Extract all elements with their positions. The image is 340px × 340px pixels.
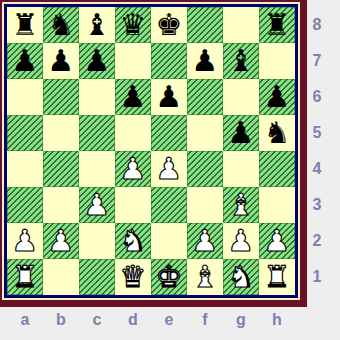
white-pawn: ♟ [264,223,291,259]
square-c2[interactable] [79,223,115,259]
square-g7[interactable]: ♝ [223,43,259,79]
board-inner-border: ♜♞♝♛♚♜♟♟♟♟♝♟♟♟♟♞♟♟♟♝♟♟♞♟♟♟♜♛♚♝♞♜ [4,4,298,298]
black-knight: ♞ [48,7,75,43]
square-e7[interactable] [151,43,187,79]
square-a8[interactable]: ♜ [7,7,43,43]
white-queen: ♛ [120,259,147,295]
file-label-c: c [79,307,115,333]
black-rook: ♜ [264,7,291,43]
square-f8[interactable] [187,7,223,43]
square-g3[interactable]: ♝ [223,187,259,223]
white-rook: ♜ [12,259,39,295]
rank-label-2: 2 [303,223,331,259]
white-king: ♚ [156,259,183,295]
white-pawn: ♟ [192,223,219,259]
file-label-b: b [43,307,79,333]
square-h3[interactable] [259,187,295,223]
white-pawn: ♟ [120,151,147,187]
square-b2[interactable]: ♟ [43,223,79,259]
square-a4[interactable] [7,151,43,187]
square-d5[interactable] [115,115,151,151]
square-f3[interactable] [187,187,223,223]
square-h1[interactable]: ♜ [259,259,295,295]
black-pawn: ♟ [192,43,219,79]
board-frame: ♜♞♝♛♚♜♟♟♟♟♝♟♟♟♟♞♟♟♟♝♟♟♞♟♟♟♜♛♚♝♞♜ [0,0,307,307]
square-g1[interactable]: ♞ [223,259,259,295]
square-c4[interactable] [79,151,115,187]
black-pawn: ♟ [120,79,147,115]
square-c7[interactable]: ♟ [79,43,115,79]
file-labels: abcdefgh [7,307,295,333]
square-a5[interactable] [7,115,43,151]
black-pawn: ♟ [228,115,255,151]
square-b5[interactable] [43,115,79,151]
rank-labels: 87654321 [303,7,331,295]
square-e2[interactable] [151,223,187,259]
square-f6[interactable] [187,79,223,115]
square-d7[interactable] [115,43,151,79]
square-d3[interactable] [115,187,151,223]
file-label-e: e [151,307,187,333]
black-bishop: ♝ [84,7,111,43]
square-h7[interactable] [259,43,295,79]
white-pawn: ♟ [156,151,183,187]
black-pawn: ♟ [84,43,111,79]
square-h2[interactable]: ♟ [259,223,295,259]
file-label-d: d [115,307,151,333]
file-label-a: a [7,307,43,333]
white-knight: ♞ [120,223,147,259]
square-e5[interactable] [151,115,187,151]
square-d8[interactable]: ♛ [115,7,151,43]
square-a3[interactable] [7,187,43,223]
square-b8[interactable]: ♞ [43,7,79,43]
square-d2[interactable]: ♞ [115,223,151,259]
square-h6[interactable]: ♟ [259,79,295,115]
square-a7[interactable]: ♟ [7,43,43,79]
white-pawn: ♟ [48,223,75,259]
square-d4[interactable]: ♟ [115,151,151,187]
black-king: ♚ [156,7,183,43]
square-c6[interactable] [79,79,115,115]
square-f2[interactable]: ♟ [187,223,223,259]
black-pawn: ♟ [48,43,75,79]
square-b6[interactable] [43,79,79,115]
square-h4[interactable] [259,151,295,187]
square-g5[interactable]: ♟ [223,115,259,151]
black-knight: ♞ [264,115,291,151]
square-c1[interactable] [79,259,115,295]
rank-label-6: 6 [303,79,331,115]
rank-label-4: 4 [303,151,331,187]
rank-label-7: 7 [303,43,331,79]
square-f7[interactable]: ♟ [187,43,223,79]
black-pawn: ♟ [156,79,183,115]
square-c3[interactable]: ♟ [79,187,115,223]
board-grid: ♜♞♝♛♚♜♟♟♟♟♝♟♟♟♟♞♟♟♟♝♟♟♞♟♟♟♜♛♚♝♞♜ [7,7,295,295]
rank-label-1: 1 [303,259,331,295]
white-pawn: ♟ [12,223,39,259]
square-g6[interactable] [223,79,259,115]
white-bishop: ♝ [192,259,219,295]
file-label-g: g [223,307,259,333]
black-pawn: ♟ [264,79,291,115]
black-queen: ♛ [120,7,147,43]
square-e6[interactable]: ♟ [151,79,187,115]
white-pawn: ♟ [228,223,255,259]
square-e1[interactable]: ♚ [151,259,187,295]
square-d6[interactable]: ♟ [115,79,151,115]
white-bishop: ♝ [228,187,255,223]
black-bishop: ♝ [228,43,255,79]
square-a1[interactable]: ♜ [7,259,43,295]
square-b1[interactable] [43,259,79,295]
white-pawn: ♟ [84,187,111,223]
black-pawn: ♟ [12,43,39,79]
file-label-h: h [259,307,295,333]
square-h8[interactable]: ♜ [259,7,295,43]
square-e8[interactable]: ♚ [151,7,187,43]
rank-label-8: 8 [303,7,331,43]
file-label-f: f [187,307,223,333]
rank-label-5: 5 [303,115,331,151]
square-h5[interactable]: ♞ [259,115,295,151]
square-f4[interactable] [187,151,223,187]
square-g4[interactable] [223,151,259,187]
square-f5[interactable] [187,115,223,151]
black-rook: ♜ [12,7,39,43]
square-e4[interactable]: ♟ [151,151,187,187]
square-b3[interactable] [43,187,79,223]
square-b4[interactable] [43,151,79,187]
square-e3[interactable] [151,187,187,223]
square-g2[interactable]: ♟ [223,223,259,259]
square-b7[interactable]: ♟ [43,43,79,79]
square-d1[interactable]: ♛ [115,259,151,295]
rank-label-3: 3 [303,187,331,223]
square-c8[interactable]: ♝ [79,7,115,43]
square-a2[interactable]: ♟ [7,223,43,259]
square-a6[interactable] [7,79,43,115]
white-knight: ♞ [228,259,255,295]
square-g8[interactable] [223,7,259,43]
square-f1[interactable]: ♝ [187,259,223,295]
square-c5[interactable] [79,115,115,151]
white-rook: ♜ [264,259,291,295]
